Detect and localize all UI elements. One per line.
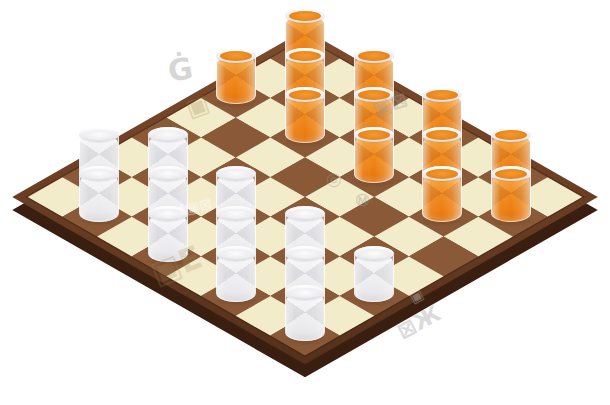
glass-orange-c6[interactable] [285, 87, 325, 143]
glass-orange-e6[interactable] [354, 127, 394, 183]
liquid-surface [289, 249, 321, 259]
liquid-surface [220, 51, 252, 61]
glass-orange-g6[interactable] [422, 166, 462, 222]
liquid-surface [289, 209, 321, 219]
liquid-surface [220, 249, 252, 259]
liquid-surface [152, 209, 184, 219]
liquid-surface [358, 51, 390, 61]
liquid-surface [152, 130, 184, 140]
glass-orange-a6[interactable] [216, 48, 256, 104]
liquid-surface [289, 11, 321, 21]
glass-orange-h7[interactable] [491, 166, 531, 222]
liquid-surface [358, 249, 390, 259]
glass-milk-d1[interactable] [148, 206, 188, 262]
stock-illustration-canvas: Ġ▣▣⊠◎t▣⊠▣EⓂ⊠Ж▣ [0, 0, 610, 405]
glass-milk-h3[interactable] [354, 246, 394, 302]
glass-milk-h1[interactable] [285, 285, 325, 341]
liquid-surface [358, 130, 390, 140]
glass-milk-f1[interactable] [216, 246, 256, 302]
liquid-surface [495, 130, 527, 140]
liquid-surface [426, 130, 458, 140]
glass-milk-b1[interactable] [79, 166, 119, 222]
pieces-layer [0, 0, 610, 405]
liquid-surface [83, 130, 115, 140]
liquid-surface [289, 51, 321, 61]
